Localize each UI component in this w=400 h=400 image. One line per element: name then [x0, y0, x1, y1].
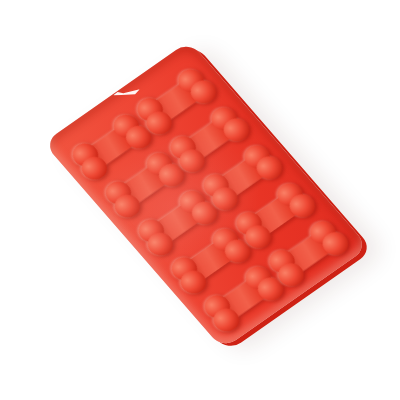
product-photo	[0, 0, 400, 400]
cavity-grid	[43, 41, 368, 350]
silicone-mold-tray	[43, 41, 368, 350]
